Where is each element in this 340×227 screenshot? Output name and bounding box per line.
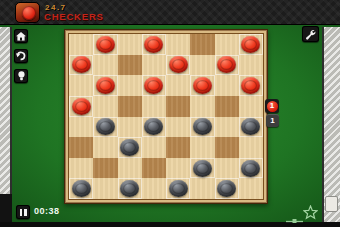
board-square-light	[215, 117, 239, 138]
board-square-dark[interactable]	[239, 75, 263, 96]
board-square-light	[69, 117, 93, 138]
board-square-light	[93, 96, 117, 117]
red-piece[interactable]	[241, 77, 260, 94]
black-piece[interactable]	[169, 180, 188, 197]
board-square-dark[interactable]	[239, 158, 263, 179]
board-square-light	[239, 178, 263, 199]
board-square-dark[interactable]	[215, 178, 239, 199]
board-square-light	[142, 137, 166, 158]
black-piece[interactable]	[193, 118, 212, 135]
page-edge-left	[0, 27, 12, 194]
game-timer: 00:38	[34, 206, 60, 216]
board-square-dark[interactable]	[69, 137, 93, 158]
board-square-dark[interactable]	[166, 96, 190, 117]
board-square-light	[93, 178, 117, 199]
red-piece[interactable]	[72, 98, 91, 115]
pause-icon	[20, 209, 27, 216]
page-edge-right	[322, 27, 340, 222]
board-square-light	[118, 158, 142, 179]
home-button[interactable]	[14, 29, 28, 43]
board-square-light	[166, 34, 190, 55]
board-square-dark[interactable]	[190, 117, 214, 138]
logo[interactable]	[15, 2, 40, 23]
settings-button[interactable]	[302, 26, 319, 42]
black-captured-count: 1	[270, 117, 274, 125]
black-captured-badge: 1	[266, 114, 279, 127]
board-square-dark[interactable]	[69, 55, 93, 76]
board-square-light	[239, 96, 263, 117]
red-piece[interactable]	[169, 56, 188, 73]
red-captured-count: 1	[270, 102, 274, 110]
pause-button[interactable]	[16, 205, 30, 219]
board-square-dark[interactable]	[190, 34, 214, 55]
board-square-dark[interactable]	[118, 96, 142, 117]
undo-icon	[16, 51, 26, 61]
board-square-light	[190, 137, 214, 158]
board-square-light	[69, 158, 93, 179]
favorite-button[interactable]	[303, 205, 318, 224]
red-piece[interactable]	[144, 36, 163, 53]
header-bar: 24.7 CHECKERS	[0, 0, 340, 25]
board-square-light	[69, 34, 93, 55]
board-square-dark[interactable]	[142, 117, 166, 138]
resize-slider-icon	[286, 218, 303, 225]
board-square-light	[93, 55, 117, 76]
board-square-light	[190, 178, 214, 199]
board-square-light	[190, 55, 214, 76]
board-square-light	[190, 96, 214, 117]
black-piece[interactable]	[96, 118, 115, 135]
board-square-dark[interactable]	[166, 137, 190, 158]
board-square-light	[69, 75, 93, 96]
board-square-dark[interactable]	[215, 55, 239, 76]
black-piece[interactable]	[144, 118, 163, 135]
board-square-light	[215, 75, 239, 96]
logo-title: CHECKERS	[44, 11, 104, 22]
hint-bulb-icon	[17, 71, 26, 81]
favorite-star-icon	[303, 205, 318, 220]
black-piece[interactable]	[241, 160, 260, 177]
red-captured-badge: 1	[265, 99, 279, 113]
black-piece[interactable]	[120, 139, 139, 156]
black-piece[interactable]	[72, 180, 91, 197]
board-square-light	[118, 34, 142, 55]
board-square-dark[interactable]	[190, 75, 214, 96]
board-square-dark[interactable]	[215, 96, 239, 117]
board-square-dark[interactable]	[93, 117, 117, 138]
black-piece[interactable]	[193, 160, 212, 177]
checkers-board	[64, 29, 268, 204]
black-piece[interactable]	[217, 180, 236, 197]
board-square-dark[interactable]	[142, 34, 166, 55]
red-piece[interactable]	[144, 77, 163, 94]
board-square-dark[interactable]	[239, 117, 263, 138]
red-piece[interactable]	[193, 77, 212, 94]
board-square-dark[interactable]	[142, 158, 166, 179]
board-square-light	[215, 34, 239, 55]
board-square-dark[interactable]	[93, 75, 117, 96]
board-square-dark[interactable]	[239, 34, 263, 55]
home-icon	[16, 32, 26, 41]
checkers-app: 24.7 CHECKERS	[0, 0, 340, 227]
resize-slider-control[interactable]	[286, 211, 303, 227]
black-piece[interactable]	[120, 180, 139, 197]
board-grid	[68, 33, 264, 200]
board-square-dark[interactable]	[93, 158, 117, 179]
board-square-light	[142, 178, 166, 199]
board-square-light	[166, 158, 190, 179]
scrollbar-thumb[interactable]	[325, 196, 338, 212]
board-square-dark[interactable]	[190, 158, 214, 179]
board-square-dark[interactable]	[118, 137, 142, 158]
board-square-light	[239, 55, 263, 76]
red-piece[interactable]	[96, 77, 115, 94]
board-square-dark[interactable]	[142, 75, 166, 96]
board-square-dark[interactable]	[93, 34, 117, 55]
board-square-dark[interactable]	[166, 55, 190, 76]
settings-wrench-icon	[305, 29, 316, 40]
board-square-light	[118, 75, 142, 96]
board-square-light	[142, 55, 166, 76]
red-piece[interactable]	[217, 56, 236, 73]
red-piece[interactable]	[241, 36, 260, 53]
board-square-light	[239, 137, 263, 158]
hint-button[interactable]	[14, 69, 28, 83]
board-square-light	[93, 137, 117, 158]
board-square-dark[interactable]	[215, 137, 239, 158]
board-square-dark[interactable]	[69, 96, 93, 117]
board-square-light	[166, 117, 190, 138]
red-checker-icon: 1	[267, 101, 278, 112]
board-square-dark[interactable]	[118, 55, 142, 76]
undo-button[interactable]	[14, 49, 28, 63]
board-square-dark[interactable]	[118, 178, 142, 199]
red-piece[interactable]	[72, 56, 91, 73]
board-square-dark[interactable]	[69, 178, 93, 199]
board-square-light	[118, 117, 142, 138]
board-square-dark[interactable]	[166, 178, 190, 199]
board-square-light	[166, 75, 190, 96]
logo-checker-icon	[22, 6, 36, 20]
board-square-light	[142, 96, 166, 117]
red-piece[interactable]	[96, 36, 115, 53]
board-square-light	[215, 158, 239, 179]
black-piece[interactable]	[241, 118, 260, 135]
